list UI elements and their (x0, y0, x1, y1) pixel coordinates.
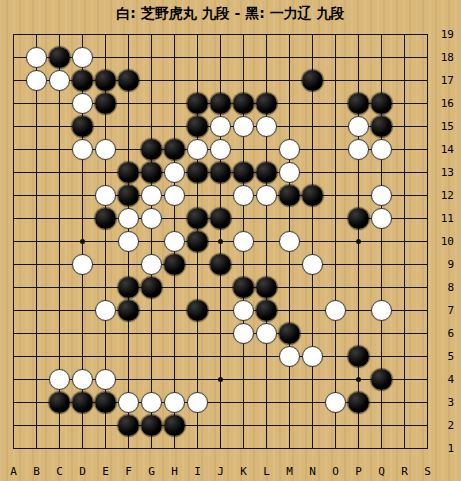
intersection-H8[interactable] (163, 276, 186, 299)
intersection-K18[interactable] (232, 46, 255, 69)
intersection-A2[interactable] (2, 414, 25, 437)
intersection-A4[interactable] (2, 368, 25, 391)
intersection-L6[interactable] (255, 322, 278, 345)
intersection-F4[interactable] (117, 368, 140, 391)
intersection-Q19[interactable] (370, 23, 393, 46)
intersection-A19[interactable] (2, 23, 25, 46)
intersection-B17[interactable] (25, 69, 48, 92)
intersection-I17[interactable] (186, 69, 209, 92)
intersection-C14[interactable] (48, 138, 71, 161)
intersection-J11[interactable] (209, 207, 232, 230)
intersection-B6[interactable] (25, 322, 48, 345)
intersection-R17[interactable] (393, 69, 416, 92)
intersection-N3[interactable] (301, 391, 324, 414)
intersection-D7[interactable] (71, 299, 94, 322)
intersection-M3[interactable] (278, 391, 301, 414)
intersection-B13[interactable] (25, 161, 48, 184)
intersection-O14[interactable] (324, 138, 347, 161)
intersection-K14[interactable] (232, 138, 255, 161)
intersection-J14[interactable] (209, 138, 232, 161)
intersection-J7[interactable] (209, 299, 232, 322)
intersection-C1[interactable] (48, 437, 71, 460)
intersection-E15[interactable] (94, 115, 117, 138)
intersection-C15[interactable] (48, 115, 71, 138)
intersection-M4[interactable] (278, 368, 301, 391)
intersection-Q12[interactable] (370, 184, 393, 207)
intersection-P19[interactable] (347, 23, 370, 46)
intersection-E8[interactable] (94, 276, 117, 299)
intersection-I6[interactable] (186, 322, 209, 345)
intersection-P5[interactable] (347, 345, 370, 368)
intersection-F7[interactable] (117, 299, 140, 322)
intersection-D6[interactable] (71, 322, 94, 345)
intersection-O8[interactable] (324, 276, 347, 299)
intersection-M2[interactable] (278, 414, 301, 437)
intersection-B14[interactable] (25, 138, 48, 161)
intersection-F16[interactable] (117, 92, 140, 115)
intersection-B15[interactable] (25, 115, 48, 138)
intersection-P9[interactable] (347, 253, 370, 276)
intersection-J6[interactable] (209, 322, 232, 345)
intersection-J16[interactable] (209, 92, 232, 115)
intersection-L14[interactable] (255, 138, 278, 161)
intersection-G5[interactable] (140, 345, 163, 368)
intersection-P12[interactable] (347, 184, 370, 207)
intersection-D2[interactable] (71, 414, 94, 437)
intersection-N13[interactable] (301, 161, 324, 184)
intersection-A5[interactable] (2, 345, 25, 368)
intersection-C19[interactable] (48, 23, 71, 46)
intersection-K16[interactable] (232, 92, 255, 115)
intersection-A12[interactable] (2, 184, 25, 207)
intersection-K2[interactable] (232, 414, 255, 437)
intersection-R6[interactable] (393, 322, 416, 345)
intersection-M14[interactable] (278, 138, 301, 161)
intersection-F15[interactable] (117, 115, 140, 138)
intersection-P18[interactable] (347, 46, 370, 69)
intersection-J10[interactable] (209, 230, 232, 253)
intersection-D3[interactable] (71, 391, 94, 414)
intersection-D5[interactable] (71, 345, 94, 368)
intersection-M6[interactable] (278, 322, 301, 345)
intersection-P1[interactable] (347, 437, 370, 460)
intersection-H4[interactable] (163, 368, 186, 391)
intersection-I1[interactable] (186, 437, 209, 460)
intersection-G2[interactable] (140, 414, 163, 437)
intersection-H1[interactable] (163, 437, 186, 460)
intersection-C3[interactable] (48, 391, 71, 414)
intersection-I8[interactable] (186, 276, 209, 299)
intersection-Q6[interactable] (370, 322, 393, 345)
intersection-D4[interactable] (71, 368, 94, 391)
intersection-C12[interactable] (48, 184, 71, 207)
intersection-I18[interactable] (186, 46, 209, 69)
intersection-K12[interactable] (232, 184, 255, 207)
intersection-E13[interactable] (94, 161, 117, 184)
intersection-R1[interactable] (393, 437, 416, 460)
intersection-J12[interactable] (209, 184, 232, 207)
intersection-E18[interactable] (94, 46, 117, 69)
intersection-Q5[interactable] (370, 345, 393, 368)
intersection-A7[interactable] (2, 299, 25, 322)
intersection-J4[interactable] (209, 368, 232, 391)
intersection-M18[interactable] (278, 46, 301, 69)
intersection-I13[interactable] (186, 161, 209, 184)
intersection-P17[interactable] (347, 69, 370, 92)
intersection-G13[interactable] (140, 161, 163, 184)
intersection-P11[interactable] (347, 207, 370, 230)
intersection-E19[interactable] (94, 23, 117, 46)
intersection-F10[interactable] (117, 230, 140, 253)
intersection-F12[interactable] (117, 184, 140, 207)
intersection-I4[interactable] (186, 368, 209, 391)
intersection-A17[interactable] (2, 69, 25, 92)
intersection-K6[interactable] (232, 322, 255, 345)
intersection-H12[interactable] (163, 184, 186, 207)
intersection-I15[interactable] (186, 115, 209, 138)
intersection-F2[interactable] (117, 414, 140, 437)
intersection-B7[interactable] (25, 299, 48, 322)
intersection-H13[interactable] (163, 161, 186, 184)
intersection-M1[interactable] (278, 437, 301, 460)
intersection-A3[interactable] (2, 391, 25, 414)
intersection-M5[interactable] (278, 345, 301, 368)
intersection-O5[interactable] (324, 345, 347, 368)
intersection-H11[interactable] (163, 207, 186, 230)
intersection-N17[interactable] (301, 69, 324, 92)
intersection-C13[interactable] (48, 161, 71, 184)
intersection-R19[interactable] (393, 23, 416, 46)
intersection-N5[interactable] (301, 345, 324, 368)
intersection-N6[interactable] (301, 322, 324, 345)
intersection-O4[interactable] (324, 368, 347, 391)
intersection-G10[interactable] (140, 230, 163, 253)
intersection-E2[interactable] (94, 414, 117, 437)
intersection-D12[interactable] (71, 184, 94, 207)
intersection-R12[interactable] (393, 184, 416, 207)
intersection-R16[interactable] (393, 92, 416, 115)
intersection-L17[interactable] (255, 69, 278, 92)
intersection-E9[interactable] (94, 253, 117, 276)
intersection-I9[interactable] (186, 253, 209, 276)
intersection-C2[interactable] (48, 414, 71, 437)
intersection-Q1[interactable] (370, 437, 393, 460)
intersection-J8[interactable] (209, 276, 232, 299)
intersection-E12[interactable] (94, 184, 117, 207)
intersection-Q4[interactable] (370, 368, 393, 391)
intersection-B2[interactable] (25, 414, 48, 437)
intersection-B10[interactable] (25, 230, 48, 253)
intersection-I14[interactable] (186, 138, 209, 161)
intersection-C17[interactable] (48, 69, 71, 92)
intersection-D14[interactable] (71, 138, 94, 161)
intersection-J19[interactable] (209, 23, 232, 46)
intersection-F3[interactable] (117, 391, 140, 414)
intersection-N7[interactable] (301, 299, 324, 322)
intersection-Q14[interactable] (370, 138, 393, 161)
intersection-A16[interactable] (2, 92, 25, 115)
intersection-D17[interactable] (71, 69, 94, 92)
intersection-E10[interactable] (94, 230, 117, 253)
intersection-O2[interactable] (324, 414, 347, 437)
intersection-J1[interactable] (209, 437, 232, 460)
intersection-L7[interactable] (255, 299, 278, 322)
intersection-O10[interactable] (324, 230, 347, 253)
intersection-K11[interactable] (232, 207, 255, 230)
intersection-Q9[interactable] (370, 253, 393, 276)
intersection-H7[interactable] (163, 299, 186, 322)
intersection-H3[interactable] (163, 391, 186, 414)
intersection-R15[interactable] (393, 115, 416, 138)
intersection-D9[interactable] (71, 253, 94, 276)
intersection-A14[interactable] (2, 138, 25, 161)
intersection-D13[interactable] (71, 161, 94, 184)
intersection-A8[interactable] (2, 276, 25, 299)
intersection-G7[interactable] (140, 299, 163, 322)
intersection-J18[interactable] (209, 46, 232, 69)
intersection-P4[interactable] (347, 368, 370, 391)
intersection-E14[interactable] (94, 138, 117, 161)
intersection-B16[interactable] (25, 92, 48, 115)
intersection-C6[interactable] (48, 322, 71, 345)
intersection-M8[interactable] (278, 276, 301, 299)
intersection-O12[interactable] (324, 184, 347, 207)
intersection-C10[interactable] (48, 230, 71, 253)
intersection-Q8[interactable] (370, 276, 393, 299)
intersection-D10[interactable] (71, 230, 94, 253)
intersection-N2[interactable] (301, 414, 324, 437)
intersection-F19[interactable] (117, 23, 140, 46)
intersection-K13[interactable] (232, 161, 255, 184)
intersection-I10[interactable] (186, 230, 209, 253)
intersection-J15[interactable] (209, 115, 232, 138)
intersection-O19[interactable] (324, 23, 347, 46)
intersection-N19[interactable] (301, 23, 324, 46)
intersection-F8[interactable] (117, 276, 140, 299)
intersection-L15[interactable] (255, 115, 278, 138)
intersection-M12[interactable] (278, 184, 301, 207)
intersection-N1[interactable] (301, 437, 324, 460)
intersection-L1[interactable] (255, 437, 278, 460)
intersection-C18[interactable] (48, 46, 71, 69)
intersection-N8[interactable] (301, 276, 324, 299)
intersection-F13[interactable] (117, 161, 140, 184)
intersection-B12[interactable] (25, 184, 48, 207)
intersection-H10[interactable] (163, 230, 186, 253)
intersection-Q13[interactable] (370, 161, 393, 184)
intersection-C11[interactable] (48, 207, 71, 230)
intersection-C5[interactable] (48, 345, 71, 368)
intersection-J3[interactable] (209, 391, 232, 414)
intersection-E1[interactable] (94, 437, 117, 460)
intersection-I19[interactable] (186, 23, 209, 46)
intersection-K8[interactable] (232, 276, 255, 299)
intersection-L13[interactable] (255, 161, 278, 184)
intersection-D18[interactable] (71, 46, 94, 69)
intersection-P15[interactable] (347, 115, 370, 138)
intersection-N4[interactable] (301, 368, 324, 391)
intersection-Q2[interactable] (370, 414, 393, 437)
intersection-L4[interactable] (255, 368, 278, 391)
intersection-M11[interactable] (278, 207, 301, 230)
intersection-P3[interactable] (347, 391, 370, 414)
intersection-M9[interactable] (278, 253, 301, 276)
intersection-G16[interactable] (140, 92, 163, 115)
intersection-Q3[interactable] (370, 391, 393, 414)
intersection-K3[interactable] (232, 391, 255, 414)
intersection-R7[interactable] (393, 299, 416, 322)
intersection-N14[interactable] (301, 138, 324, 161)
intersection-C4[interactable] (48, 368, 71, 391)
intersection-R3[interactable] (393, 391, 416, 414)
intersection-D8[interactable] (71, 276, 94, 299)
intersection-H15[interactable] (163, 115, 186, 138)
intersection-G19[interactable] (140, 23, 163, 46)
intersection-C8[interactable] (48, 276, 71, 299)
intersection-O13[interactable] (324, 161, 347, 184)
intersection-I16[interactable] (186, 92, 209, 115)
intersection-F18[interactable] (117, 46, 140, 69)
intersection-H19[interactable] (163, 23, 186, 46)
intersection-E3[interactable] (94, 391, 117, 414)
intersection-L12[interactable] (255, 184, 278, 207)
intersection-B1[interactable] (25, 437, 48, 460)
intersection-I11[interactable] (186, 207, 209, 230)
intersection-F14[interactable] (117, 138, 140, 161)
intersection-A10[interactable] (2, 230, 25, 253)
intersection-P13[interactable] (347, 161, 370, 184)
intersection-H14[interactable] (163, 138, 186, 161)
intersection-B11[interactable] (25, 207, 48, 230)
intersection-F5[interactable] (117, 345, 140, 368)
intersection-G14[interactable] (140, 138, 163, 161)
intersection-K15[interactable] (232, 115, 255, 138)
intersection-C7[interactable] (48, 299, 71, 322)
intersection-H16[interactable] (163, 92, 186, 115)
intersection-R10[interactable] (393, 230, 416, 253)
intersection-L3[interactable] (255, 391, 278, 414)
intersection-G12[interactable] (140, 184, 163, 207)
intersection-M13[interactable] (278, 161, 301, 184)
intersection-R18[interactable] (393, 46, 416, 69)
intersection-P16[interactable] (347, 92, 370, 115)
intersection-N12[interactable] (301, 184, 324, 207)
intersection-G1[interactable] (140, 437, 163, 460)
intersection-M17[interactable] (278, 69, 301, 92)
intersection-G4[interactable] (140, 368, 163, 391)
intersection-Q7[interactable] (370, 299, 393, 322)
intersection-B18[interactable] (25, 46, 48, 69)
intersection-D11[interactable] (71, 207, 94, 230)
intersection-I5[interactable] (186, 345, 209, 368)
intersection-O6[interactable] (324, 322, 347, 345)
intersection-E6[interactable] (94, 322, 117, 345)
intersection-H18[interactable] (163, 46, 186, 69)
intersection-L8[interactable] (255, 276, 278, 299)
intersection-H17[interactable] (163, 69, 186, 92)
intersection-K9[interactable] (232, 253, 255, 276)
intersection-G9[interactable] (140, 253, 163, 276)
intersection-L19[interactable] (255, 23, 278, 46)
intersection-L16[interactable] (255, 92, 278, 115)
intersection-E11[interactable] (94, 207, 117, 230)
intersection-P8[interactable] (347, 276, 370, 299)
intersection-K17[interactable] (232, 69, 255, 92)
intersection-P6[interactable] (347, 322, 370, 345)
intersection-H6[interactable] (163, 322, 186, 345)
intersection-R8[interactable] (393, 276, 416, 299)
intersection-N11[interactable] (301, 207, 324, 230)
intersection-O1[interactable] (324, 437, 347, 460)
intersection-K7[interactable] (232, 299, 255, 322)
intersection-A6[interactable] (2, 322, 25, 345)
intersection-J17[interactable] (209, 69, 232, 92)
intersection-Q11[interactable] (370, 207, 393, 230)
intersection-K4[interactable] (232, 368, 255, 391)
intersection-N9[interactable] (301, 253, 324, 276)
intersection-I2[interactable] (186, 414, 209, 437)
intersection-N15[interactable] (301, 115, 324, 138)
intersection-G6[interactable] (140, 322, 163, 345)
intersection-M16[interactable] (278, 92, 301, 115)
intersection-E7[interactable] (94, 299, 117, 322)
intersection-E17[interactable] (94, 69, 117, 92)
intersection-L18[interactable] (255, 46, 278, 69)
intersection-J5[interactable] (209, 345, 232, 368)
intersection-N16[interactable] (301, 92, 324, 115)
intersection-L2[interactable] (255, 414, 278, 437)
intersection-G17[interactable] (140, 69, 163, 92)
intersection-N10[interactable] (301, 230, 324, 253)
intersection-F1[interactable] (117, 437, 140, 460)
intersection-L11[interactable] (255, 207, 278, 230)
intersection-M7[interactable] (278, 299, 301, 322)
intersection-N18[interactable] (301, 46, 324, 69)
intersection-L5[interactable] (255, 345, 278, 368)
intersection-Q17[interactable] (370, 69, 393, 92)
intersection-Q16[interactable] (370, 92, 393, 115)
intersection-P14[interactable] (347, 138, 370, 161)
intersection-K10[interactable] (232, 230, 255, 253)
intersection-Q15[interactable] (370, 115, 393, 138)
intersection-D19[interactable] (71, 23, 94, 46)
intersection-R9[interactable] (393, 253, 416, 276)
intersection-K1[interactable] (232, 437, 255, 460)
intersection-A9[interactable] (2, 253, 25, 276)
intersection-P2[interactable] (347, 414, 370, 437)
intersection-B19[interactable] (25, 23, 48, 46)
intersection-L10[interactable] (255, 230, 278, 253)
intersection-O17[interactable] (324, 69, 347, 92)
intersection-A18[interactable] (2, 46, 25, 69)
intersection-B9[interactable] (25, 253, 48, 276)
intersection-C16[interactable] (48, 92, 71, 115)
intersection-P7[interactable] (347, 299, 370, 322)
intersection-G15[interactable] (140, 115, 163, 138)
intersection-K5[interactable] (232, 345, 255, 368)
intersection-R4[interactable] (393, 368, 416, 391)
intersection-Q18[interactable] (370, 46, 393, 69)
intersection-D16[interactable] (71, 92, 94, 115)
intersection-J9[interactable] (209, 253, 232, 276)
intersection-R14[interactable] (393, 138, 416, 161)
intersection-E16[interactable] (94, 92, 117, 115)
intersection-K19[interactable] (232, 23, 255, 46)
intersection-E5[interactable] (94, 345, 117, 368)
intersection-F9[interactable] (117, 253, 140, 276)
intersection-E4[interactable] (94, 368, 117, 391)
intersection-G8[interactable] (140, 276, 163, 299)
